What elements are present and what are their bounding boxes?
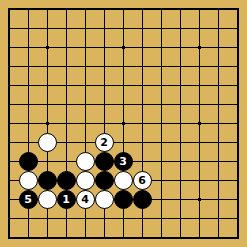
white-stone: [38, 133, 57, 152]
black-stone: [19, 152, 38, 171]
move-number-label: 5: [24, 194, 32, 205]
move-number-label: 1: [62, 194, 70, 205]
white-stone: [19, 171, 38, 190]
black-stone: [114, 190, 133, 209]
black-stone: 1: [57, 190, 76, 209]
white-stone: 2: [95, 133, 114, 152]
white-stone: 6: [133, 171, 152, 190]
white-stone: [76, 152, 95, 171]
black-stone: 5: [19, 190, 38, 209]
move-number-label: 4: [81, 194, 89, 205]
white-stone: [114, 171, 133, 190]
white-stone: [38, 190, 57, 209]
black-stone: [133, 190, 152, 209]
move-number-label: 3: [119, 156, 127, 167]
white-stone: 4: [76, 190, 95, 209]
move-number-label: 6: [138, 175, 146, 186]
move-number-label: 2: [100, 137, 108, 148]
black-stone: [38, 171, 57, 190]
black-stone: [95, 171, 114, 190]
white-stone: [76, 171, 95, 190]
black-stone: [57, 171, 76, 190]
stones-layer: 236514: [0, 0, 247, 247]
black-stone: [95, 152, 114, 171]
black-stone: 3: [114, 152, 133, 171]
go-diagram: 236514: [0, 0, 247, 247]
white-stone: [95, 190, 114, 209]
